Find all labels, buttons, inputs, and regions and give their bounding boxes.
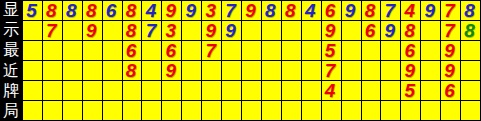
title-char: 局 [0,101,22,121]
cell-r3c16: 5 [322,41,341,60]
result-number: 7 [325,61,336,80]
cell-r6c13 [262,101,281,120]
cell-r1c22: 7 [441,1,460,20]
cell-r4c18 [362,61,381,80]
cell-r3c11 [222,41,241,60]
cell-r5c20: 5 [401,81,420,100]
cell-r2c8: 3 [162,21,181,40]
cell-r2c6: 8 [123,21,142,40]
cell-r2c11: 9 [222,21,241,40]
result-number: 7 [205,41,216,60]
cell-r1c17: 9 [342,1,361,20]
cell-r1c11: 7 [222,1,241,20]
cell-r6c15 [302,101,321,120]
cell-r2c5 [103,21,122,40]
results-grid: 5888684993798846987497879873999698786675… [22,0,481,121]
result-number: 6 [325,1,336,20]
cell-r1c15: 4 [302,1,321,20]
cell-r4c9 [182,61,201,80]
cell-r4c22: 9 [441,61,460,80]
title-char: 近 [0,60,22,80]
cell-r2c3 [63,21,82,40]
recent-results-board: 显 示 最 近 牌 局 5888684993798846987497879873… [0,0,481,121]
cell-r5c12 [242,81,261,100]
result-number: 9 [405,61,416,80]
result-number: 4 [146,1,157,20]
title-char: 最 [0,40,22,60]
cell-r1c7: 4 [142,1,161,20]
cell-r3c17 [342,41,361,60]
cell-r5c3 [63,81,82,100]
result-number: 4 [405,1,416,20]
result-number: 4 [305,1,316,20]
board-title-vertical: 显 示 最 近 牌 局 [0,0,22,121]
result-number: 9 [444,61,455,80]
result-number: 9 [185,1,196,20]
cell-r3c12 [242,41,261,60]
cell-r6c16 [322,101,341,120]
cell-r5c6 [123,81,142,100]
cell-r2c22: 7 [441,21,460,40]
cell-r2c16: 9 [322,21,341,40]
result-number: 8 [66,1,77,20]
cell-r1c3: 8 [63,1,82,20]
cell-r6c5 [103,101,122,120]
result-number: 8 [126,1,137,20]
result-number: 8 [86,1,97,20]
cell-r1c20: 4 [401,1,420,20]
cell-r4c4 [83,61,102,80]
result-number: 7 [225,1,236,20]
cell-r3c13 [262,41,281,60]
cell-r5c10 [202,81,221,100]
result-number: 6 [166,41,177,60]
result-number: 9 [325,21,336,40]
result-number: 6 [106,1,117,20]
result-number: 7 [146,21,157,40]
cell-r3c14 [282,41,301,60]
cell-r3c2 [43,41,62,60]
cell-r5c4 [83,81,102,100]
cell-r1c21: 9 [421,1,440,20]
cell-r3c5 [103,41,122,60]
cell-r4c21 [421,61,440,80]
result-number: 8 [126,61,137,80]
result-number: 3 [166,21,177,40]
cell-r4c16: 7 [322,61,341,80]
cell-r1c2: 8 [43,1,62,20]
cell-r6c2 [43,101,62,120]
result-number: 8 [464,1,475,20]
cell-r5c16: 4 [322,81,341,100]
result-number: 3 [205,1,216,20]
result-number: 7 [46,21,57,40]
cell-r6c11 [222,101,241,120]
title-char: 显 [0,0,22,20]
cell-r6c3 [63,101,82,120]
cell-r1c6: 8 [123,1,142,20]
cell-r5c8 [162,81,181,100]
cell-r6c6 [123,101,142,120]
cell-r6c7 [142,101,161,120]
cell-r3c1 [23,41,42,60]
result-number: 9 [245,1,256,20]
result-number: 9 [205,21,216,40]
cell-r4c20: 9 [401,61,420,80]
cell-r3c23 [461,41,480,60]
cell-r1c4: 8 [83,1,102,20]
cell-r1c14: 8 [282,1,301,20]
cell-r2c21 [421,21,440,40]
cell-r4c3 [63,61,82,80]
cell-r4c1 [23,61,42,80]
result-number: 5 [405,81,416,100]
cell-r3c3 [63,41,82,60]
cell-r2c18: 6 [362,21,381,40]
cell-r4c15 [302,61,321,80]
cell-r1c1: 5 [23,1,42,20]
result-number: 6 [126,41,137,60]
result-number: 9 [166,61,177,80]
cell-r4c13 [262,61,281,80]
cell-r2c12 [242,21,261,40]
cell-r6c12 [242,101,261,120]
cell-r4c19 [381,61,400,80]
cell-r4c8: 9 [162,61,181,80]
result-number: 4 [325,81,336,100]
cell-r4c5 [103,61,122,80]
cell-r6c22 [441,101,460,120]
result-number: 8 [405,21,416,40]
cell-r2c14 [282,21,301,40]
cell-r5c1 [23,81,42,100]
cell-r6c14 [282,101,301,120]
cell-r3c10: 7 [202,41,221,60]
cell-r6c8 [162,101,181,120]
result-number: 8 [126,21,137,40]
cell-r3c4 [83,41,102,60]
result-number: 7 [444,21,455,40]
cell-r5c19 [381,81,400,100]
cell-r3c7 [142,41,161,60]
cell-r3c8: 6 [162,41,181,60]
result-number: 6 [405,41,416,60]
cell-r3c6: 6 [123,41,142,60]
cell-r1c5: 6 [103,1,122,20]
cell-r1c23: 8 [461,1,480,20]
cell-r3c21 [421,41,440,60]
result-number: 9 [86,21,97,40]
cell-r5c22: 6 [441,81,460,100]
cell-r4c2 [43,61,62,80]
result-number: 9 [166,1,177,20]
cell-r2c10: 9 [202,21,221,40]
result-number: 9 [225,21,236,40]
cell-r4c11 [222,61,241,80]
result-number: 5 [325,41,336,60]
cell-r2c13 [262,21,281,40]
cell-r1c19: 7 [381,1,400,20]
cell-r5c11 [222,81,241,100]
cell-r6c17 [342,101,361,120]
cell-r5c13 [262,81,281,100]
cell-r5c9 [182,81,201,100]
cell-r3c20: 6 [401,41,420,60]
cell-r1c18: 8 [362,1,381,20]
cell-r2c17 [342,21,361,40]
cell-r6c20 [401,101,420,120]
cell-r4c17 [342,61,361,80]
cell-r4c14 [282,61,301,80]
result-number: 9 [345,1,356,20]
result-number: 7 [444,1,455,20]
cell-r3c15 [302,41,321,60]
cell-r3c22: 9 [441,41,460,60]
result-number: 9 [444,41,455,60]
title-char: 示 [0,20,22,40]
cell-r2c1 [23,21,42,40]
result-number: 8 [365,1,376,20]
cell-r4c12 [242,61,261,80]
cell-r2c15 [302,21,321,40]
cell-r2c9 [182,21,201,40]
cell-r6c21 [421,101,440,120]
cell-r5c17 [342,81,361,100]
cell-r2c4: 9 [83,21,102,40]
cell-r2c2: 7 [43,21,62,40]
cell-r6c23 [461,101,480,120]
cell-r6c4 [83,101,102,120]
cell-r5c2 [43,81,62,100]
cell-r6c1 [23,101,42,120]
cell-r2c7: 7 [142,21,161,40]
result-number: 6 [444,81,455,100]
cell-r4c10 [202,61,221,80]
cell-r5c7 [142,81,161,100]
cell-r4c6: 8 [123,61,142,80]
cell-r2c20: 8 [401,21,420,40]
result-number: 8 [464,21,475,40]
cell-r5c15 [302,81,321,100]
cell-r6c19 [381,101,400,120]
cell-r5c14 [282,81,301,100]
cell-r1c8: 9 [162,1,181,20]
cell-r4c7 [142,61,161,80]
result-number: 8 [265,1,276,20]
cell-r5c23 [461,81,480,100]
cell-r1c9: 9 [182,1,201,20]
cell-r6c10 [202,101,221,120]
title-char: 牌 [0,81,22,101]
cell-r3c18 [362,41,381,60]
cell-r1c16: 6 [322,1,341,20]
result-number: 9 [424,1,435,20]
cell-r6c18 [362,101,381,120]
cell-r1c13: 8 [262,1,281,20]
cell-r2c23: 8 [461,21,480,40]
cell-r1c12: 9 [242,1,261,20]
result-number: 6 [365,21,376,40]
result-number: 9 [385,21,396,40]
result-number: 8 [46,1,57,20]
cell-r5c18 [362,81,381,100]
cell-r2c19: 9 [381,21,400,40]
cell-r3c19 [381,41,400,60]
cell-r5c21 [421,81,440,100]
result-number: 5 [26,1,37,20]
cell-r4c23 [461,61,480,80]
result-number: 7 [385,1,396,20]
cell-r1c10: 3 [202,1,221,20]
cell-r3c9 [182,41,201,60]
cell-r6c9 [182,101,201,120]
result-number: 8 [285,1,296,20]
cell-r5c5 [103,81,122,100]
